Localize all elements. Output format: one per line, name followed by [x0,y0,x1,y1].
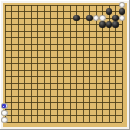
black-stone [106,8,112,14]
captured-white-stone [1,117,7,123]
grid-line-vertical [122,5,123,123]
grid-line-horizontal [5,83,123,84]
grid-line-horizontal [5,122,123,123]
grid-line-vertical [70,5,71,123]
black-stone [112,21,118,27]
grid-line-horizontal [5,96,123,97]
black-stone [106,21,112,27]
black-stone [112,15,118,21]
grid-line-vertical [96,5,97,123]
white-stone [119,2,125,8]
captured-white-stone [1,110,7,116]
grid-line-horizontal [5,70,123,71]
grid-line-vertical [76,5,77,123]
grid-line-vertical [83,5,84,123]
black-stone [86,15,92,21]
white-stone [99,15,105,21]
grid-line-vertical [89,5,90,123]
tray-marker-icon [2,104,5,107]
grid-line-horizontal [5,76,123,77]
black-stone [99,21,105,27]
go-board[interactable] [3,3,127,127]
tray-marker-dot [3,106,4,107]
go-board-window [0,0,130,130]
grid-line-horizontal [5,89,123,90]
black-stone [119,8,125,14]
black-stone [73,15,79,21]
white-stone [119,15,125,21]
grid-line-horizontal [5,115,123,116]
grid-line-horizontal [5,109,123,110]
white-stone [93,15,99,21]
